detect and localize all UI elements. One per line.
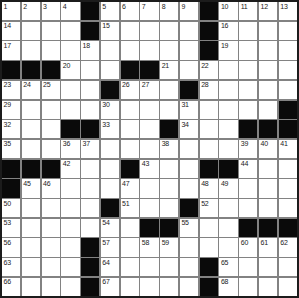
cell-r12c6[interactable]: 54 xyxy=(101,219,119,237)
cell-r4c5[interactable] xyxy=(81,61,99,79)
cell-r9c15[interactable] xyxy=(279,160,297,178)
clue-number: 41 xyxy=(280,140,287,148)
cell-r13c15[interactable]: 62 xyxy=(279,238,297,256)
clue-number: 40 xyxy=(260,140,267,148)
cell-r3c9[interactable] xyxy=(160,41,178,59)
cell-r8c9[interactable]: 38 xyxy=(160,140,178,158)
cell-r15c2[interactable] xyxy=(22,278,40,296)
cell-r13c4[interactable] xyxy=(61,238,79,256)
cell-r12c12[interactable] xyxy=(219,219,237,237)
clue-number: 28 xyxy=(201,81,208,89)
clue-number: 11 xyxy=(241,3,248,11)
cell-r2c6[interactable]: 15 xyxy=(101,22,119,40)
cell-r10c15[interactable] xyxy=(279,179,297,197)
cell-r1c15[interactable]: 13 xyxy=(279,2,297,20)
cell-r10c9[interactable] xyxy=(160,179,178,197)
clue-number: 22 xyxy=(201,62,208,70)
clue-number: 36 xyxy=(63,140,70,148)
cell-r3c15[interactable] xyxy=(279,41,297,59)
cell-r13c11[interactable] xyxy=(200,238,218,256)
cell-r14c12[interactable]: 65 xyxy=(219,258,237,276)
block-r13c5 xyxy=(81,238,99,256)
cell-r9c14[interactable] xyxy=(259,160,277,178)
cell-r5c13[interactable] xyxy=(239,81,257,99)
block-r15c5 xyxy=(81,278,99,296)
cell-r9c4[interactable]: 42 xyxy=(61,160,79,178)
clue-number: 12 xyxy=(260,3,267,11)
cell-r13c14[interactable]: 61 xyxy=(259,238,277,256)
cell-r13c7[interactable] xyxy=(121,238,139,256)
cell-r8c5[interactable]: 37 xyxy=(81,140,99,158)
clue-number: 6 xyxy=(122,3,126,11)
cell-r5c12[interactable] xyxy=(219,81,237,99)
clue-number: 2 xyxy=(23,3,27,11)
cell-r5c3[interactable]: 25 xyxy=(42,81,60,99)
clue-number: 3 xyxy=(43,3,47,11)
block-r4c1 xyxy=(2,61,20,79)
cell-r9c5[interactable] xyxy=(81,160,99,178)
crossword-board: 1234567891011121314151617181920212223242… xyxy=(0,0,299,298)
block-r1c5 xyxy=(81,2,99,20)
cell-r8c8[interactable] xyxy=(140,140,158,158)
block-r5c6 xyxy=(101,81,119,99)
cell-r7c1[interactable]: 32 xyxy=(2,120,20,138)
cell-r9c10[interactable] xyxy=(180,160,198,178)
block-r1c11 xyxy=(200,2,218,20)
cell-r13c1[interactable]: 56 xyxy=(2,238,20,256)
cell-r1c9[interactable]: 8 xyxy=(160,2,178,20)
cell-r10c14[interactable] xyxy=(259,179,277,197)
cell-r6c10[interactable]: 31 xyxy=(180,101,198,119)
cell-r4c15[interactable] xyxy=(279,61,297,79)
cell-r13c6[interactable]: 57 xyxy=(101,238,119,256)
cell-r10c13[interactable] xyxy=(239,179,257,197)
cell-r2c13[interactable] xyxy=(239,22,257,40)
cell-r4c4[interactable]: 20 xyxy=(61,61,79,79)
cell-r8c4[interactable]: 36 xyxy=(61,140,79,158)
cell-r3c2[interactable] xyxy=(22,41,40,59)
clue-number: 64 xyxy=(102,259,109,267)
cell-r3c4[interactable] xyxy=(61,41,79,59)
clue-number: 65 xyxy=(221,259,228,267)
cell-r6c5[interactable] xyxy=(81,101,99,119)
cell-r3c13[interactable] xyxy=(239,41,257,59)
cell-r2c1[interactable]: 14 xyxy=(2,22,20,40)
cell-r15c15[interactable] xyxy=(279,278,297,296)
cell-r2c12[interactable]: 16 xyxy=(219,22,237,40)
clue-number: 62 xyxy=(280,239,287,247)
cell-r9c6[interactable] xyxy=(101,160,119,178)
cell-r5c8[interactable]: 27 xyxy=(140,81,158,99)
cell-r7c10[interactable]: 34 xyxy=(180,120,198,138)
cell-r5c1[interactable]: 23 xyxy=(2,81,20,99)
clue-number: 33 xyxy=(102,121,109,129)
cell-r1c13[interactable]: 11 xyxy=(239,2,257,20)
clue-number: 59 xyxy=(162,239,169,247)
cell-r10c12[interactable]: 49 xyxy=(219,179,237,197)
block-r12c14 xyxy=(259,219,277,237)
cell-r10c10[interactable] xyxy=(180,179,198,197)
cell-r14c15[interactable] xyxy=(279,258,297,276)
clue-number: 53 xyxy=(4,219,11,227)
block-r4c3 xyxy=(42,61,60,79)
cell-r12c1[interactable]: 53 xyxy=(2,219,20,237)
cell-r12c7[interactable] xyxy=(121,219,139,237)
clue-number: 18 xyxy=(83,42,90,50)
cell-r2c14[interactable] xyxy=(259,22,277,40)
cell-r3c5[interactable]: 18 xyxy=(81,41,99,59)
clue-number: 15 xyxy=(102,22,109,30)
cell-r14c1[interactable]: 63 xyxy=(2,258,20,276)
cell-r11c2[interactable] xyxy=(22,199,40,217)
clue-number: 10 xyxy=(221,3,228,11)
cell-r1c7[interactable]: 6 xyxy=(121,2,139,20)
cell-r15c10[interactable] xyxy=(180,278,198,296)
cell-r15c12[interactable]: 68 xyxy=(219,278,237,296)
cell-r4c13[interactable] xyxy=(239,61,257,79)
cell-r14c9[interactable] xyxy=(160,258,178,276)
cell-r10c8[interactable] xyxy=(140,179,158,197)
cell-r3c8[interactable] xyxy=(140,41,158,59)
clue-number: 16 xyxy=(221,22,228,30)
block-r10c1 xyxy=(2,179,20,197)
clue-number: 31 xyxy=(181,101,188,109)
cell-r5c5[interactable] xyxy=(81,81,99,99)
cell-r8c7[interactable] xyxy=(121,140,139,158)
clue-number: 45 xyxy=(23,180,30,188)
cell-r6c11[interactable] xyxy=(200,101,218,119)
block-r9c3 xyxy=(42,160,60,178)
cell-r14c10[interactable] xyxy=(180,258,198,276)
cell-r15c6[interactable]: 67 xyxy=(101,278,119,296)
cell-r11c11[interactable]: 52 xyxy=(200,199,218,217)
cell-r15c3[interactable] xyxy=(42,278,60,296)
cell-r6c1[interactable]: 29 xyxy=(2,101,20,119)
clue-number: 44 xyxy=(241,160,248,168)
block-r7c9 xyxy=(160,120,178,138)
cell-r14c8[interactable] xyxy=(140,258,158,276)
clue-number: 14 xyxy=(4,22,11,30)
clue-number: 43 xyxy=(142,160,149,168)
cell-r7c2[interactable] xyxy=(22,120,40,138)
cell-r8c10[interactable] xyxy=(180,140,198,158)
block-r9c12 xyxy=(219,160,237,178)
cell-r13c8[interactable]: 58 xyxy=(140,238,158,256)
cell-r4c6[interactable] xyxy=(101,61,119,79)
cell-r7c12[interactable] xyxy=(219,120,237,138)
clue-number: 35 xyxy=(4,140,11,148)
cell-r10c4[interactable] xyxy=(61,179,79,197)
clue-number: 42 xyxy=(63,160,70,168)
clue-number: 20 xyxy=(63,62,70,70)
cell-r14c2[interactable] xyxy=(22,258,40,276)
cell-r11c1[interactable]: 50 xyxy=(2,199,20,217)
cell-r2c3[interactable] xyxy=(42,22,60,40)
clue-number: 52 xyxy=(201,200,208,208)
cell-r8c13[interactable]: 39 xyxy=(239,140,257,158)
block-r11c10 xyxy=(180,199,198,217)
cell-r12c11[interactable] xyxy=(200,219,218,237)
block-r7c5 xyxy=(81,120,99,138)
clue-number: 26 xyxy=(122,81,129,89)
cell-r10c11[interactable]: 48 xyxy=(200,179,218,197)
cell-r1c8[interactable]: 7 xyxy=(140,2,158,20)
clue-number: 50 xyxy=(4,200,11,208)
cell-r4c14[interactable] xyxy=(259,61,277,79)
cell-r3c10[interactable] xyxy=(180,41,198,59)
cell-r14c3[interactable] xyxy=(42,258,60,276)
block-r2c11 xyxy=(200,22,218,40)
block-r9c2 xyxy=(22,160,40,178)
cell-r7c7[interactable] xyxy=(121,120,139,138)
cell-r3c12[interactable]: 19 xyxy=(219,41,237,59)
cell-r10c2[interactable]: 45 xyxy=(22,179,40,197)
cell-r6c9[interactable] xyxy=(160,101,178,119)
block-r12c15 xyxy=(279,219,297,237)
cell-r11c3[interactable] xyxy=(42,199,60,217)
cell-r2c9[interactable] xyxy=(160,22,178,40)
cell-r2c8[interactable] xyxy=(140,22,158,40)
block-r9c1 xyxy=(2,160,20,178)
cell-r3c14[interactable] xyxy=(259,41,277,59)
clue-number: 5 xyxy=(102,3,106,11)
cell-r15c1[interactable]: 66 xyxy=(2,278,20,296)
clue-number: 9 xyxy=(181,3,185,11)
cell-r2c4[interactable] xyxy=(61,22,79,40)
cell-r13c13[interactable]: 60 xyxy=(239,238,257,256)
clue-number: 54 xyxy=(102,219,109,227)
cell-r7c6[interactable]: 33 xyxy=(101,120,119,138)
cell-r1c14[interactable]: 12 xyxy=(259,2,277,20)
cell-r11c15[interactable] xyxy=(279,199,297,217)
cell-r11c7[interactable]: 51 xyxy=(121,199,139,217)
cell-r10c7[interactable]: 47 xyxy=(121,179,139,197)
cell-r8c11[interactable] xyxy=(200,140,218,158)
block-r4c2 xyxy=(22,61,40,79)
cell-r1c3[interactable]: 3 xyxy=(42,2,60,20)
cell-r8c1[interactable]: 35 xyxy=(2,140,20,158)
clue-number: 37 xyxy=(83,140,90,148)
cell-r3c3[interactable] xyxy=(42,41,60,59)
cell-r6c2[interactable] xyxy=(22,101,40,119)
clue-number: 47 xyxy=(122,180,129,188)
block-r12c13 xyxy=(239,219,257,237)
cell-r5c11[interactable]: 28 xyxy=(200,81,218,99)
cell-r2c7[interactable] xyxy=(121,22,139,40)
cell-r5c7[interactable]: 26 xyxy=(121,81,139,99)
cell-r8c14[interactable]: 40 xyxy=(259,140,277,158)
cell-r3c6[interactable] xyxy=(101,41,119,59)
cell-r15c4[interactable] xyxy=(61,278,79,296)
cell-r5c14[interactable] xyxy=(259,81,277,99)
block-r12c9 xyxy=(160,219,178,237)
clue-number: 19 xyxy=(221,42,228,50)
cell-r15c9[interactable] xyxy=(160,278,178,296)
clue-number: 21 xyxy=(162,62,169,70)
cell-r6c14[interactable] xyxy=(259,101,277,119)
block-r4c7 xyxy=(121,61,139,79)
clue-number: 67 xyxy=(102,278,109,286)
clue-number: 39 xyxy=(241,140,248,148)
cell-r2c15[interactable] xyxy=(279,22,297,40)
cell-r1c1[interactable]: 1 xyxy=(2,2,20,20)
cell-r12c4[interactable] xyxy=(61,219,79,237)
clue-number: 60 xyxy=(241,239,248,247)
cell-r6c6[interactable]: 30 xyxy=(101,101,119,119)
cell-r5c9[interactable] xyxy=(160,81,178,99)
cell-r6c12[interactable] xyxy=(219,101,237,119)
cell-r3c1[interactable]: 17 xyxy=(2,41,20,59)
cell-r15c14[interactable] xyxy=(259,278,277,296)
cell-r12c3[interactable] xyxy=(42,219,60,237)
cell-r10c5[interactable] xyxy=(81,179,99,197)
cell-r13c12[interactable] xyxy=(219,238,237,256)
clue-number: 66 xyxy=(4,278,11,286)
block-r11c6 xyxy=(101,199,119,217)
cell-r7c8[interactable] xyxy=(140,120,158,138)
cell-r5c2[interactable]: 24 xyxy=(22,81,40,99)
clue-number: 7 xyxy=(142,3,146,11)
clue-number: 25 xyxy=(43,81,50,89)
cell-r12c10[interactable]: 55 xyxy=(180,219,198,237)
block-r7c4 xyxy=(61,120,79,138)
cell-r12c2[interactable] xyxy=(22,219,40,237)
cell-r14c6[interactable]: 64 xyxy=(101,258,119,276)
clue-number: 27 xyxy=(142,81,149,89)
cell-r2c10[interactable] xyxy=(180,22,198,40)
clue-number: 57 xyxy=(102,239,109,247)
block-r12c8 xyxy=(140,219,158,237)
block-r7c14 xyxy=(259,120,277,138)
cell-r15c7[interactable] xyxy=(121,278,139,296)
clue-number: 32 xyxy=(4,121,11,129)
clue-number: 34 xyxy=(181,121,188,129)
cell-r15c13[interactable] xyxy=(239,278,257,296)
clue-number: 46 xyxy=(43,180,50,188)
cell-r1c6[interactable]: 5 xyxy=(101,2,119,20)
cell-r9c8[interactable]: 43 xyxy=(140,160,158,178)
block-r7c15 xyxy=(279,120,297,138)
cell-r8c3[interactable] xyxy=(42,140,60,158)
cell-r3c7[interactable] xyxy=(121,41,139,59)
cell-r4c11[interactable]: 22 xyxy=(200,61,218,79)
cell-r11c12[interactable] xyxy=(219,199,237,217)
cell-r8c12[interactable] xyxy=(219,140,237,158)
block-r9c7 xyxy=(121,160,139,178)
cell-r11c9[interactable] xyxy=(160,199,178,217)
clue-number: 4 xyxy=(63,3,67,11)
block-r14c11 xyxy=(200,258,218,276)
cell-r1c2[interactable]: 2 xyxy=(22,2,40,20)
cell-r10c6[interactable] xyxy=(101,179,119,197)
clue-number: 8 xyxy=(162,3,166,11)
clue-number: 68 xyxy=(221,278,228,286)
clue-number: 55 xyxy=(181,219,188,227)
clue-number: 29 xyxy=(4,101,11,109)
cell-r6c13[interactable] xyxy=(239,101,257,119)
cell-r5c15[interactable] xyxy=(279,81,297,99)
block-r15c11 xyxy=(200,278,218,296)
cell-r1c4[interactable]: 4 xyxy=(61,2,79,20)
cell-r1c12[interactable]: 10 xyxy=(219,2,237,20)
clue-number: 49 xyxy=(221,180,228,188)
block-r2c5 xyxy=(81,22,99,40)
block-r4c8 xyxy=(140,61,158,79)
cell-r10c3[interactable]: 46 xyxy=(42,179,60,197)
block-r3c11 xyxy=(200,41,218,59)
clue-number: 13 xyxy=(280,3,287,11)
block-r9c11 xyxy=(200,160,218,178)
clue-number: 38 xyxy=(162,140,169,148)
cell-r7c3[interactable] xyxy=(42,120,60,138)
clue-number: 61 xyxy=(260,239,267,247)
cell-r13c10[interactable] xyxy=(180,238,198,256)
clue-number: 30 xyxy=(102,101,109,109)
cell-r4c10[interactable] xyxy=(180,61,198,79)
cell-r6c7[interactable] xyxy=(121,101,139,119)
cell-r4c12[interactable] xyxy=(219,61,237,79)
clue-number: 58 xyxy=(142,239,149,247)
clue-number: 24 xyxy=(23,81,30,89)
cell-r14c13[interactable] xyxy=(239,258,257,276)
clue-number: 48 xyxy=(201,180,208,188)
cell-r8c6[interactable] xyxy=(101,140,119,158)
cell-r14c14[interactable] xyxy=(259,258,277,276)
cell-r6c8[interactable] xyxy=(140,101,158,119)
cell-r11c8[interactable] xyxy=(140,199,158,217)
cell-r6c4[interactable] xyxy=(61,101,79,119)
clue-number: 17 xyxy=(4,42,11,50)
cell-r14c7[interactable] xyxy=(121,258,139,276)
block-r5c10 xyxy=(180,81,198,99)
cell-r7c11[interactable] xyxy=(200,120,218,138)
clue-number: 56 xyxy=(4,239,11,247)
cell-r9c13[interactable]: 44 xyxy=(239,160,257,178)
block-r7c13 xyxy=(239,120,257,138)
cell-r15c8[interactable] xyxy=(140,278,158,296)
cell-r11c14[interactable] xyxy=(259,199,277,217)
cell-r12c5[interactable] xyxy=(81,219,99,237)
clue-number: 1 xyxy=(4,3,8,11)
block-r14c5 xyxy=(81,258,99,276)
clue-number: 23 xyxy=(4,81,11,89)
cell-r2c2[interactable] xyxy=(22,22,40,40)
block-r6c15 xyxy=(279,101,297,119)
cell-r6c3[interactable] xyxy=(42,101,60,119)
cell-r4c9[interactable]: 21 xyxy=(160,61,178,79)
cell-r13c2[interactable] xyxy=(22,238,40,256)
cell-r13c9[interactable]: 59 xyxy=(160,238,178,256)
cell-r1c10[interactable]: 9 xyxy=(180,2,198,20)
clue-number: 51 xyxy=(122,200,129,208)
cell-r13c3[interactable] xyxy=(42,238,60,256)
cell-r14c4[interactable] xyxy=(61,258,79,276)
cell-r11c13[interactable] xyxy=(239,199,257,217)
cell-r9c9[interactable] xyxy=(160,160,178,178)
cell-r8c2[interactable] xyxy=(22,140,40,158)
cell-r11c5[interactable] xyxy=(81,199,99,217)
cell-r11c4[interactable] xyxy=(61,199,79,217)
cell-r5c4[interactable] xyxy=(61,81,79,99)
cell-r8c15[interactable]: 41 xyxy=(279,140,297,158)
clue-number: 63 xyxy=(4,259,11,267)
